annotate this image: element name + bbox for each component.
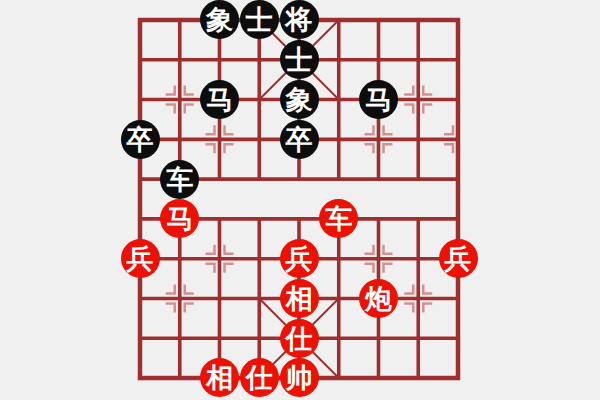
piece-black-horse[interactable]: 马 [200,80,239,119]
piece-red-advisor[interactable]: 仕 [240,358,279,397]
xiangqi-app: 象士将士马象马卒卒车马车兵兵兵相炮仕相仕帅 [0,0,600,400]
piece-red-elephant[interactable]: 相 [280,279,319,318]
pieces-layer: 象士将士马象马卒卒车马车兵兵兵相炮仕相仕帅 [120,0,478,398]
piece-black-advisor[interactable]: 士 [240,0,279,39]
piece-red-advisor[interactable]: 仕 [280,319,319,358]
piece-red-chariot[interactable]: 车 [319,199,358,238]
piece-red-soldier[interactable]: 兵 [280,239,319,278]
piece-black-chariot[interactable]: 车 [160,160,199,199]
piece-black-advisor[interactable]: 士 [280,40,319,79]
piece-black-horse[interactable]: 马 [359,80,398,119]
piece-black-soldier[interactable]: 卒 [280,120,319,159]
piece-red-elephant[interactable]: 相 [200,358,239,397]
piece-red-horse[interactable]: 马 [160,199,199,238]
piece-black-elephant[interactable]: 象 [280,80,319,119]
piece-black-general[interactable]: 将 [280,0,319,39]
piece-red-soldier[interactable]: 兵 [439,239,478,278]
piece-red-soldier[interactable]: 兵 [121,239,160,278]
piece-red-general[interactable]: 帅 [280,358,319,397]
piece-black-elephant[interactable]: 象 [200,0,239,39]
piece-black-soldier[interactable]: 卒 [121,120,160,159]
piece-red-cannon[interactable]: 炮 [359,279,398,318]
